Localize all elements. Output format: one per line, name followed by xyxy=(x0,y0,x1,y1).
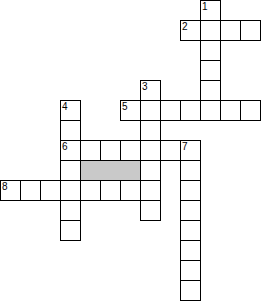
crossword-cell[interactable] xyxy=(240,100,261,121)
crossword-cell[interactable]: 2 xyxy=(180,20,201,41)
crossword-cell[interactable] xyxy=(160,100,181,121)
crossword-cell[interactable] xyxy=(220,20,241,41)
crossword-cell[interactable] xyxy=(140,180,161,201)
crossword-cell[interactable] xyxy=(120,140,141,161)
shaded-block xyxy=(80,160,141,181)
clue-number: 4 xyxy=(62,101,68,112)
crossword-cell[interactable] xyxy=(200,100,221,121)
clue-number: 7 xyxy=(182,141,188,152)
crossword-cell[interactable] xyxy=(200,80,221,101)
clue-number: 8 xyxy=(2,181,8,192)
crossword-cell[interactable] xyxy=(40,180,61,201)
crossword-cell[interactable]: 8 xyxy=(0,180,21,201)
crossword-grid: 12345678 xyxy=(0,0,260,300)
crossword-cell[interactable] xyxy=(180,260,201,281)
crossword-cell[interactable]: 4 xyxy=(60,100,81,121)
crossword-cell[interactable] xyxy=(60,180,81,201)
crossword-cell[interactable] xyxy=(80,180,101,201)
crossword-cell[interactable] xyxy=(160,140,181,161)
crossword-cell[interactable] xyxy=(180,180,201,201)
crossword-cell[interactable] xyxy=(180,100,201,121)
crossword-cell[interactable] xyxy=(240,20,261,41)
clue-number: 2 xyxy=(182,21,188,32)
crossword-cell[interactable] xyxy=(140,160,161,181)
crossword-cell[interactable] xyxy=(100,140,121,161)
crossword-cell[interactable] xyxy=(220,100,241,121)
clue-number: 1 xyxy=(202,1,208,12)
clue-number: 5 xyxy=(122,101,128,112)
crossword-cell[interactable] xyxy=(100,180,121,201)
crossword-cell[interactable] xyxy=(200,20,221,41)
crossword-cell[interactable]: 5 xyxy=(120,100,141,121)
crossword-cell[interactable] xyxy=(180,240,201,261)
crossword-cell[interactable] xyxy=(140,100,161,121)
crossword-cell[interactable] xyxy=(60,220,81,241)
crossword-cell[interactable]: 6 xyxy=(60,140,81,161)
crossword-cell[interactable] xyxy=(180,220,201,241)
crossword-cell[interactable] xyxy=(60,120,81,141)
clue-number: 3 xyxy=(142,81,148,92)
crossword-page: 12345678 xyxy=(0,0,261,301)
crossword-cell[interactable] xyxy=(120,180,141,201)
crossword-cell[interactable] xyxy=(180,200,201,221)
crossword-cell[interactable] xyxy=(20,180,41,201)
crossword-cell[interactable]: 1 xyxy=(200,0,221,21)
crossword-cell[interactable] xyxy=(60,160,81,181)
clue-number: 6 xyxy=(62,141,68,152)
crossword-cell[interactable] xyxy=(180,280,201,301)
crossword-cell[interactable] xyxy=(200,40,221,61)
crossword-cell[interactable] xyxy=(140,140,161,161)
crossword-cell[interactable]: 7 xyxy=(180,140,201,161)
crossword-cell[interactable]: 3 xyxy=(140,80,161,101)
crossword-cell[interactable] xyxy=(140,200,161,221)
crossword-cell[interactable] xyxy=(60,200,81,221)
crossword-cell[interactable] xyxy=(140,120,161,141)
crossword-cell[interactable] xyxy=(200,60,221,81)
crossword-cell[interactable] xyxy=(180,160,201,181)
crossword-cell[interactable] xyxy=(80,140,101,161)
